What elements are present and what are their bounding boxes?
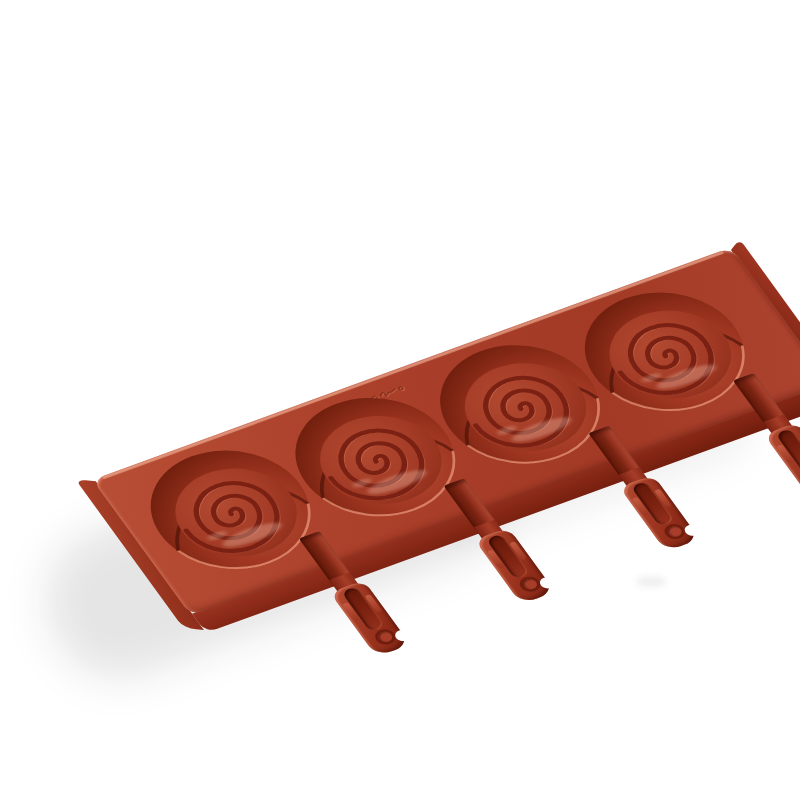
stick-guide-3	[614, 468, 702, 555]
stick-guide-1	[325, 573, 413, 660]
stick-guide-2	[469, 520, 557, 607]
floor-smudge	[636, 576, 666, 587]
lollipop-mold: Silicone swirl lollipop mold	[92, 247, 800, 708]
mold-top-surface	[92, 247, 800, 615]
stick-guide-4	[759, 415, 800, 502]
